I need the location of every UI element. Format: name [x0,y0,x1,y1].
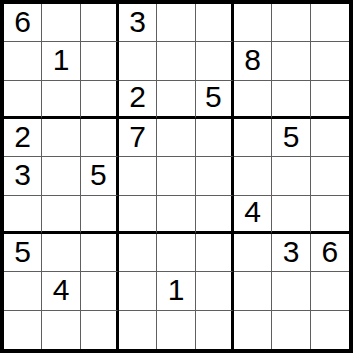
cell-r5c4[interactable] [119,157,157,195]
cell-r9c3[interactable] [81,311,119,349]
cell-r8c2[interactable]: 4 [42,272,80,310]
cell-r9c2[interactable] [42,311,80,349]
given-digit: 3 [129,7,146,37]
cell-r7c5[interactable] [157,234,195,272]
cell-r2c3[interactable] [81,42,119,80]
cell-r8c6[interactable] [196,272,234,310]
cell-r5c1[interactable]: 3 [4,157,42,195]
cell-r5c9[interactable] [311,157,349,195]
cell-r6c7[interactable]: 4 [234,196,272,234]
given-digit: 3 [283,237,300,267]
cell-r4c7[interactable] [234,119,272,157]
cell-r5c5[interactable] [157,157,195,195]
cell-r3c6[interactable]: 5 [196,81,234,119]
cell-r6c5[interactable] [157,196,195,234]
cell-r6c3[interactable] [81,196,119,234]
cell-r1c2[interactable] [42,4,80,42]
cell-r7c8[interactable]: 3 [272,234,310,272]
cell-r6c9[interactable] [311,196,349,234]
cell-r3c4[interactable]: 2 [119,81,157,119]
cell-r2c8[interactable] [272,42,310,80]
given-digit: 2 [129,82,146,112]
cell-r7c2[interactable] [42,234,80,272]
cell-r2c4[interactable] [119,42,157,80]
cell-r4c4[interactable]: 7 [119,119,157,157]
cell-r7c9[interactable]: 6 [311,234,349,272]
cell-r5c8[interactable] [272,157,310,195]
cell-r7c7[interactable] [234,234,272,272]
cell-r3c2[interactable] [42,81,80,119]
given-digit: 6 [321,237,338,267]
given-digit: 5 [14,237,31,267]
cell-r3c5[interactable] [157,81,195,119]
cell-r1c9[interactable] [311,4,349,42]
cell-r7c6[interactable] [196,234,234,272]
cell-r4c2[interactable] [42,119,80,157]
cell-r3c7[interactable] [234,81,272,119]
cell-r1c1[interactable]: 6 [4,4,42,42]
cell-r8c1[interactable] [4,272,42,310]
cell-r9c5[interactable] [157,311,195,349]
given-digit: 2 [14,122,31,152]
given-digit: 5 [205,82,222,112]
cell-r5c7[interactable] [234,157,272,195]
cell-r1c8[interactable] [272,4,310,42]
given-digit: 7 [129,122,146,152]
cell-r8c5[interactable]: 1 [157,272,195,310]
cell-r1c6[interactable] [196,4,234,42]
sudoku-puzzle: 63182527535453641 [0,0,353,353]
cell-r6c1[interactable] [4,196,42,234]
cell-r2c1[interactable] [4,42,42,80]
cell-r1c3[interactable] [81,4,119,42]
cell-r8c7[interactable] [234,272,272,310]
cell-r4c8[interactable]: 5 [272,119,310,157]
cell-r5c2[interactable] [42,157,80,195]
cell-r7c1[interactable]: 5 [4,234,42,272]
cell-r1c7[interactable] [234,4,272,42]
given-digit: 1 [168,275,185,305]
cell-r6c6[interactable] [196,196,234,234]
cell-r2c9[interactable] [311,42,349,80]
cell-r6c2[interactable] [42,196,80,234]
cell-r8c3[interactable] [81,272,119,310]
given-digit: 5 [90,160,107,190]
cell-r9c1[interactable] [4,311,42,349]
cell-r9c7[interactable] [234,311,272,349]
cell-r8c9[interactable] [311,272,349,310]
cell-r4c9[interactable] [311,119,349,157]
cell-r3c8[interactable] [272,81,310,119]
cell-r9c9[interactable] [311,311,349,349]
cell-r4c1[interactable]: 2 [4,119,42,157]
cell-r3c3[interactable] [81,81,119,119]
given-digit: 4 [53,275,70,305]
cell-r2c5[interactable] [157,42,195,80]
cell-r2c7[interactable]: 8 [234,42,272,80]
cell-r9c6[interactable] [196,311,234,349]
given-digit: 3 [14,160,31,190]
cell-r3c9[interactable] [311,81,349,119]
cell-r9c8[interactable] [272,311,310,349]
cell-r2c2[interactable]: 1 [42,42,80,80]
cell-r1c4[interactable]: 3 [119,4,157,42]
cell-r1c5[interactable] [157,4,195,42]
cell-r5c3[interactable]: 5 [81,157,119,195]
given-digit: 1 [53,45,70,75]
cell-r6c4[interactable] [119,196,157,234]
sudoku-board: 63182527535453641 [0,0,353,353]
cell-r5c6[interactable] [196,157,234,195]
given-digit: 5 [283,122,300,152]
cell-r8c8[interactable] [272,272,310,310]
cell-r6c8[interactable] [272,196,310,234]
cell-r3c1[interactable] [4,81,42,119]
cell-r4c3[interactable] [81,119,119,157]
cell-r8c4[interactable] [119,272,157,310]
cell-r7c3[interactable] [81,234,119,272]
cell-r4c5[interactable] [157,119,195,157]
given-digit: 8 [244,45,261,75]
cell-r9c4[interactable] [119,311,157,349]
cell-r4c6[interactable] [196,119,234,157]
given-digit: 6 [14,7,31,37]
cell-r7c4[interactable] [119,234,157,272]
cell-r2c6[interactable] [196,42,234,80]
given-digit: 4 [244,197,261,227]
